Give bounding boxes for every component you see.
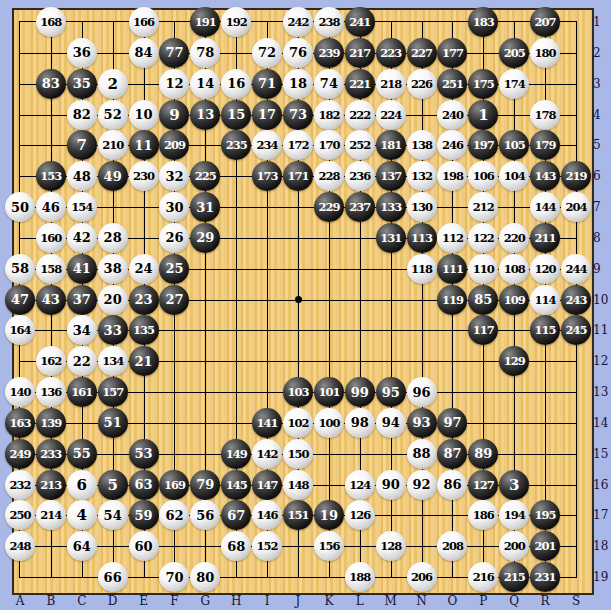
stone-black-171[interactable]: 171 bbox=[283, 161, 313, 191]
stone-white-50[interactable]: 50 bbox=[5, 192, 35, 222]
stone-black-249[interactable]: 249 bbox=[5, 439, 35, 469]
stone-white-138[interactable]: 138 bbox=[407, 130, 437, 160]
stone-black-243[interactable]: 243 bbox=[561, 285, 591, 315]
stone-white-180[interactable]: 180 bbox=[530, 38, 560, 68]
stone-black-149[interactable]: 149 bbox=[221, 439, 251, 469]
stone-black-141[interactable]: 141 bbox=[252, 408, 282, 438]
stone-black-15[interactable]: 15 bbox=[221, 100, 251, 130]
row-label-10: 10 bbox=[593, 293, 611, 307]
stone-black-215[interactable]: 215 bbox=[499, 562, 529, 592]
stone-white-28[interactable]: 28 bbox=[98, 223, 128, 253]
stone-white-92[interactable]: 92 bbox=[407, 470, 437, 500]
stone-white-220[interactable]: 220 bbox=[499, 223, 529, 253]
stone-white-74[interactable]: 74 bbox=[314, 69, 344, 99]
col-label-G: G bbox=[195, 594, 215, 608]
col-label-N: N bbox=[412, 594, 432, 608]
stone-black-25[interactable]: 25 bbox=[159, 254, 189, 284]
stone-black-213[interactable]: 213 bbox=[36, 470, 66, 500]
stone-black-181[interactable]: 181 bbox=[376, 130, 406, 160]
stone-white-36[interactable]: 36 bbox=[67, 38, 97, 68]
stone-white-98[interactable]: 98 bbox=[345, 408, 375, 438]
stone-black-89[interactable]: 89 bbox=[468, 439, 498, 469]
stone-white-206[interactable]: 206 bbox=[407, 562, 437, 592]
stone-white-14[interactable]: 14 bbox=[190, 69, 220, 99]
stone-white-240[interactable]: 240 bbox=[437, 100, 467, 130]
stone-white-236[interactable]: 236 bbox=[345, 161, 375, 191]
stone-white-136[interactable]: 136 bbox=[36, 377, 66, 407]
stone-black-13[interactable]: 13 bbox=[190, 100, 220, 130]
stone-white-84[interactable]: 84 bbox=[129, 38, 159, 68]
stone-black-35[interactable]: 35 bbox=[67, 69, 97, 99]
stone-white-130[interactable]: 130 bbox=[407, 192, 437, 222]
stone-black-83[interactable]: 83 bbox=[36, 69, 66, 99]
grid-line-horizontal bbox=[20, 546, 576, 547]
stone-white-96[interactable]: 96 bbox=[407, 377, 437, 407]
col-label-C: C bbox=[72, 594, 92, 608]
stone-white-88[interactable]: 88 bbox=[407, 439, 437, 469]
row-label-14: 14 bbox=[593, 416, 611, 430]
stone-black-217[interactable]: 217 bbox=[345, 38, 375, 68]
stone-white-228[interactable]: 228 bbox=[314, 161, 344, 191]
stone-white-222[interactable]: 222 bbox=[345, 100, 375, 130]
stone-white-102[interactable]: 102 bbox=[283, 408, 313, 438]
stone-black-101[interactable]: 101 bbox=[314, 377, 344, 407]
row-label-1: 1 bbox=[593, 15, 611, 29]
stone-white-226[interactable]: 226 bbox=[407, 69, 437, 99]
stone-black-157[interactable]: 157 bbox=[98, 377, 128, 407]
go-board[interactable]: 1681661911922422382411832073684777872762… bbox=[12, 8, 594, 595]
stone-black-239[interactable]: 239 bbox=[314, 38, 344, 68]
stone-black-113[interactable]: 113 bbox=[407, 223, 437, 253]
stone-black-229[interactable]: 229 bbox=[314, 192, 344, 222]
stone-black-71[interactable]: 71 bbox=[252, 69, 282, 99]
stone-white-60[interactable]: 60 bbox=[129, 531, 159, 561]
stone-white-178[interactable]: 178 bbox=[530, 100, 560, 130]
stone-white-162[interactable]: 162 bbox=[36, 346, 66, 376]
stone-white-34[interactable]: 34 bbox=[67, 315, 97, 345]
stone-black-17[interactable]: 17 bbox=[252, 100, 282, 130]
stone-white-64[interactable]: 64 bbox=[67, 531, 97, 561]
stone-black-245[interactable]: 245 bbox=[561, 315, 591, 345]
stone-white-140[interactable]: 140 bbox=[5, 377, 35, 407]
stone-black-21[interactable]: 21 bbox=[129, 346, 159, 376]
col-label-R: R bbox=[535, 594, 555, 608]
col-label-M: M bbox=[381, 594, 401, 608]
stone-white-108[interactable]: 108 bbox=[499, 254, 529, 284]
stone-black-127[interactable]: 127 bbox=[468, 470, 498, 500]
stone-white-144[interactable]: 144 bbox=[530, 192, 560, 222]
stone-white-78[interactable]: 78 bbox=[190, 38, 220, 68]
stone-white-156[interactable]: 156 bbox=[314, 531, 344, 561]
stone-white-150[interactable]: 150 bbox=[283, 439, 313, 469]
stone-white-90[interactable]: 90 bbox=[376, 470, 406, 500]
stone-white-12[interactable]: 12 bbox=[159, 69, 189, 99]
stone-white-76[interactable]: 76 bbox=[283, 38, 313, 68]
stone-black-1[interactable]: 1 bbox=[468, 100, 498, 130]
stone-black-41[interactable]: 41 bbox=[67, 254, 97, 284]
row-label-8: 8 bbox=[593, 231, 611, 245]
col-label-H: H bbox=[226, 594, 246, 608]
stone-white-124[interactable]: 124 bbox=[345, 470, 375, 500]
stone-white-148[interactable]: 148 bbox=[283, 470, 313, 500]
col-label-K: K bbox=[319, 594, 339, 608]
row-label-9: 9 bbox=[593, 262, 611, 276]
stone-black-137[interactable]: 137 bbox=[376, 161, 406, 191]
stone-black-153[interactable]: 153 bbox=[36, 161, 66, 191]
stone-black-53[interactable]: 53 bbox=[129, 439, 159, 469]
stone-black-211[interactable]: 211 bbox=[530, 223, 560, 253]
stone-black-169[interactable]: 169 bbox=[159, 470, 189, 500]
stone-black-221[interactable]: 221 bbox=[345, 69, 375, 99]
row-label-16: 16 bbox=[593, 478, 611, 492]
stone-white-24[interactable]: 24 bbox=[129, 254, 159, 284]
stone-black-111[interactable]: 111 bbox=[437, 254, 467, 284]
stone-black-99[interactable]: 99 bbox=[345, 377, 375, 407]
stone-black-227[interactable]: 227 bbox=[407, 38, 437, 68]
row-label-12: 12 bbox=[593, 354, 611, 368]
stone-white-42[interactable]: 42 bbox=[67, 223, 97, 253]
col-label-B: B bbox=[41, 594, 61, 608]
stone-white-216[interactable]: 216 bbox=[468, 562, 498, 592]
stone-white-48[interactable]: 48 bbox=[67, 161, 97, 191]
stone-black-133[interactable]: 133 bbox=[376, 192, 406, 222]
stone-white-6[interactable]: 6 bbox=[67, 470, 97, 500]
stone-black-23[interactable]: 23 bbox=[129, 285, 159, 315]
stone-black-37[interactable]: 37 bbox=[67, 285, 97, 315]
board-frame: 1681661911922422382411832073684777872762… bbox=[0, 0, 611, 610]
stone-black-205[interactable]: 205 bbox=[499, 38, 529, 68]
stone-black-79[interactable]: 79 bbox=[190, 470, 220, 500]
stone-white-86[interactable]: 86 bbox=[437, 470, 467, 500]
row-label-2: 2 bbox=[593, 46, 611, 60]
col-label-S: S bbox=[566, 594, 586, 608]
stone-white-58[interactable]: 58 bbox=[5, 254, 35, 284]
stone-white-168[interactable]: 168 bbox=[36, 7, 66, 37]
col-label-P: P bbox=[473, 594, 493, 608]
stone-white-2[interactable]: 2 bbox=[98, 69, 128, 99]
stone-black-43[interactable]: 43 bbox=[36, 285, 66, 315]
stone-white-22[interactable]: 22 bbox=[67, 346, 97, 376]
stone-black-131[interactable]: 131 bbox=[376, 223, 406, 253]
stone-white-238[interactable]: 238 bbox=[314, 7, 344, 37]
stone-white-46[interactable]: 46 bbox=[36, 192, 66, 222]
row-label-19: 19 bbox=[593, 570, 611, 584]
stone-black-85[interactable]: 85 bbox=[468, 285, 498, 315]
stone-black-139[interactable]: 139 bbox=[36, 408, 66, 438]
stone-white-182[interactable]: 182 bbox=[314, 100, 344, 130]
row-label-17: 17 bbox=[593, 508, 611, 522]
stone-white-204[interactable]: 204 bbox=[561, 192, 591, 222]
stone-white-100[interactable]: 100 bbox=[314, 408, 344, 438]
stone-white-174[interactable]: 174 bbox=[499, 69, 529, 99]
stone-white-210[interactable]: 210 bbox=[98, 130, 128, 160]
row-label-13: 13 bbox=[593, 385, 611, 399]
row-label-5: 5 bbox=[593, 138, 611, 152]
stone-white-16[interactable]: 16 bbox=[221, 69, 251, 99]
col-label-L: L bbox=[350, 594, 370, 608]
stone-white-142[interactable]: 142 bbox=[252, 439, 282, 469]
stone-white-188[interactable]: 188 bbox=[345, 562, 375, 592]
stone-white-80[interactable]: 80 bbox=[190, 562, 220, 592]
stone-white-232[interactable]: 232 bbox=[5, 470, 35, 500]
col-label-E: E bbox=[134, 594, 154, 608]
col-label-Q: Q bbox=[504, 594, 524, 608]
stone-white-242[interactable]: 242 bbox=[283, 7, 313, 37]
stone-black-109[interactable]: 109 bbox=[499, 285, 529, 315]
stone-black-63[interactable]: 63 bbox=[129, 470, 159, 500]
stone-black-47[interactable]: 47 bbox=[5, 285, 35, 315]
stone-black-161[interactable]: 161 bbox=[67, 377, 97, 407]
col-label-J: J bbox=[288, 594, 308, 608]
stone-black-207[interactable]: 207 bbox=[530, 7, 560, 37]
stone-black-29[interactable]: 29 bbox=[190, 223, 220, 253]
stone-black-27[interactable]: 27 bbox=[159, 285, 189, 315]
stone-white-66[interactable]: 66 bbox=[98, 562, 128, 592]
stone-white-132[interactable]: 132 bbox=[407, 161, 437, 191]
stone-white-72[interactable]: 72 bbox=[252, 38, 282, 68]
stone-black-103[interactable]: 103 bbox=[283, 377, 313, 407]
col-label-I: I bbox=[257, 594, 277, 608]
row-label-11: 11 bbox=[593, 323, 611, 337]
row-label-6: 6 bbox=[593, 169, 611, 183]
stone-black-33[interactable]: 33 bbox=[98, 315, 128, 345]
stone-white-20[interactable]: 20 bbox=[98, 285, 128, 315]
stone-black-73[interactable]: 73 bbox=[283, 100, 313, 130]
stone-black-11[interactable]: 11 bbox=[129, 130, 159, 160]
stone-black-7[interactable]: 7 bbox=[67, 130, 97, 160]
stone-white-70[interactable]: 70 bbox=[159, 562, 189, 592]
stone-white-38[interactable]: 38 bbox=[98, 254, 128, 284]
row-label-7: 7 bbox=[593, 200, 611, 214]
stone-white-160[interactable]: 160 bbox=[36, 223, 66, 253]
stone-black-145[interactable]: 145 bbox=[221, 470, 251, 500]
stone-white-120[interactable]: 120 bbox=[530, 254, 560, 284]
row-label-18: 18 bbox=[593, 539, 611, 553]
col-label-F: F bbox=[164, 594, 184, 608]
stone-black-241[interactable]: 241 bbox=[345, 7, 375, 37]
stone-white-110[interactable]: 110 bbox=[468, 254, 498, 284]
stone-black-219[interactable]: 219 bbox=[561, 161, 591, 191]
stone-black-231[interactable]: 231 bbox=[530, 562, 560, 592]
row-label-3: 3 bbox=[593, 77, 611, 91]
col-label-O: O bbox=[442, 594, 462, 608]
stone-black-93[interactable]: 93 bbox=[407, 408, 437, 438]
stone-black-175[interactable]: 175 bbox=[468, 69, 498, 99]
stone-black-119[interactable]: 119 bbox=[437, 285, 467, 315]
stone-white-18[interactable]: 18 bbox=[283, 69, 313, 99]
row-label-15: 15 bbox=[593, 447, 611, 461]
stone-white-218[interactable]: 218 bbox=[376, 69, 406, 99]
stone-black-251[interactable]: 251 bbox=[437, 69, 467, 99]
col-label-D: D bbox=[103, 594, 123, 608]
stone-white-166[interactable]: 166 bbox=[129, 7, 159, 37]
col-label-A: A bbox=[10, 594, 30, 608]
stone-black-223[interactable]: 223 bbox=[376, 38, 406, 68]
stone-white-158[interactable]: 158 bbox=[36, 254, 66, 284]
stone-white-224[interactable]: 224 bbox=[376, 100, 406, 130]
stone-black-49[interactable]: 49 bbox=[98, 161, 128, 191]
stone-black-147[interactable]: 147 bbox=[252, 470, 282, 500]
stone-black-3[interactable]: 3 bbox=[499, 470, 529, 500]
row-label-4: 4 bbox=[593, 108, 611, 122]
stone-black-59[interactable]: 59 bbox=[129, 500, 159, 530]
stone-black-233[interactable]: 233 bbox=[36, 439, 66, 469]
stone-black-95[interactable]: 95 bbox=[376, 377, 406, 407]
stone-black-237[interactable]: 237 bbox=[345, 192, 375, 222]
stone-black-9[interactable]: 9 bbox=[159, 100, 189, 130]
stone-black-163[interactable]: 163 bbox=[5, 408, 35, 438]
stone-white-134[interactable]: 134 bbox=[98, 346, 128, 376]
stone-black-55[interactable]: 55 bbox=[67, 439, 97, 469]
star-point bbox=[295, 296, 302, 303]
stone-white-230[interactable]: 230 bbox=[129, 161, 159, 191]
stone-white-94[interactable]: 94 bbox=[376, 408, 406, 438]
stone-white-52[interactable]: 52 bbox=[98, 100, 128, 130]
stone-white-154[interactable]: 154 bbox=[67, 192, 97, 222]
stone-white-118[interactable]: 118 bbox=[407, 254, 437, 284]
stone-white-82[interactable]: 82 bbox=[67, 100, 97, 130]
stone-white-252[interactable]: 252 bbox=[345, 130, 375, 160]
stone-white-54[interactable]: 54 bbox=[98, 500, 128, 530]
stone-white-10[interactable]: 10 bbox=[129, 100, 159, 130]
stone-black-135[interactable]: 135 bbox=[129, 315, 159, 345]
stone-white-114[interactable]: 114 bbox=[530, 285, 560, 315]
stone-white-244[interactable]: 244 bbox=[561, 254, 591, 284]
stone-black-51[interactable]: 51 bbox=[98, 408, 128, 438]
stone-white-128[interactable]: 128 bbox=[376, 531, 406, 561]
stone-black-5[interactable]: 5 bbox=[98, 470, 128, 500]
